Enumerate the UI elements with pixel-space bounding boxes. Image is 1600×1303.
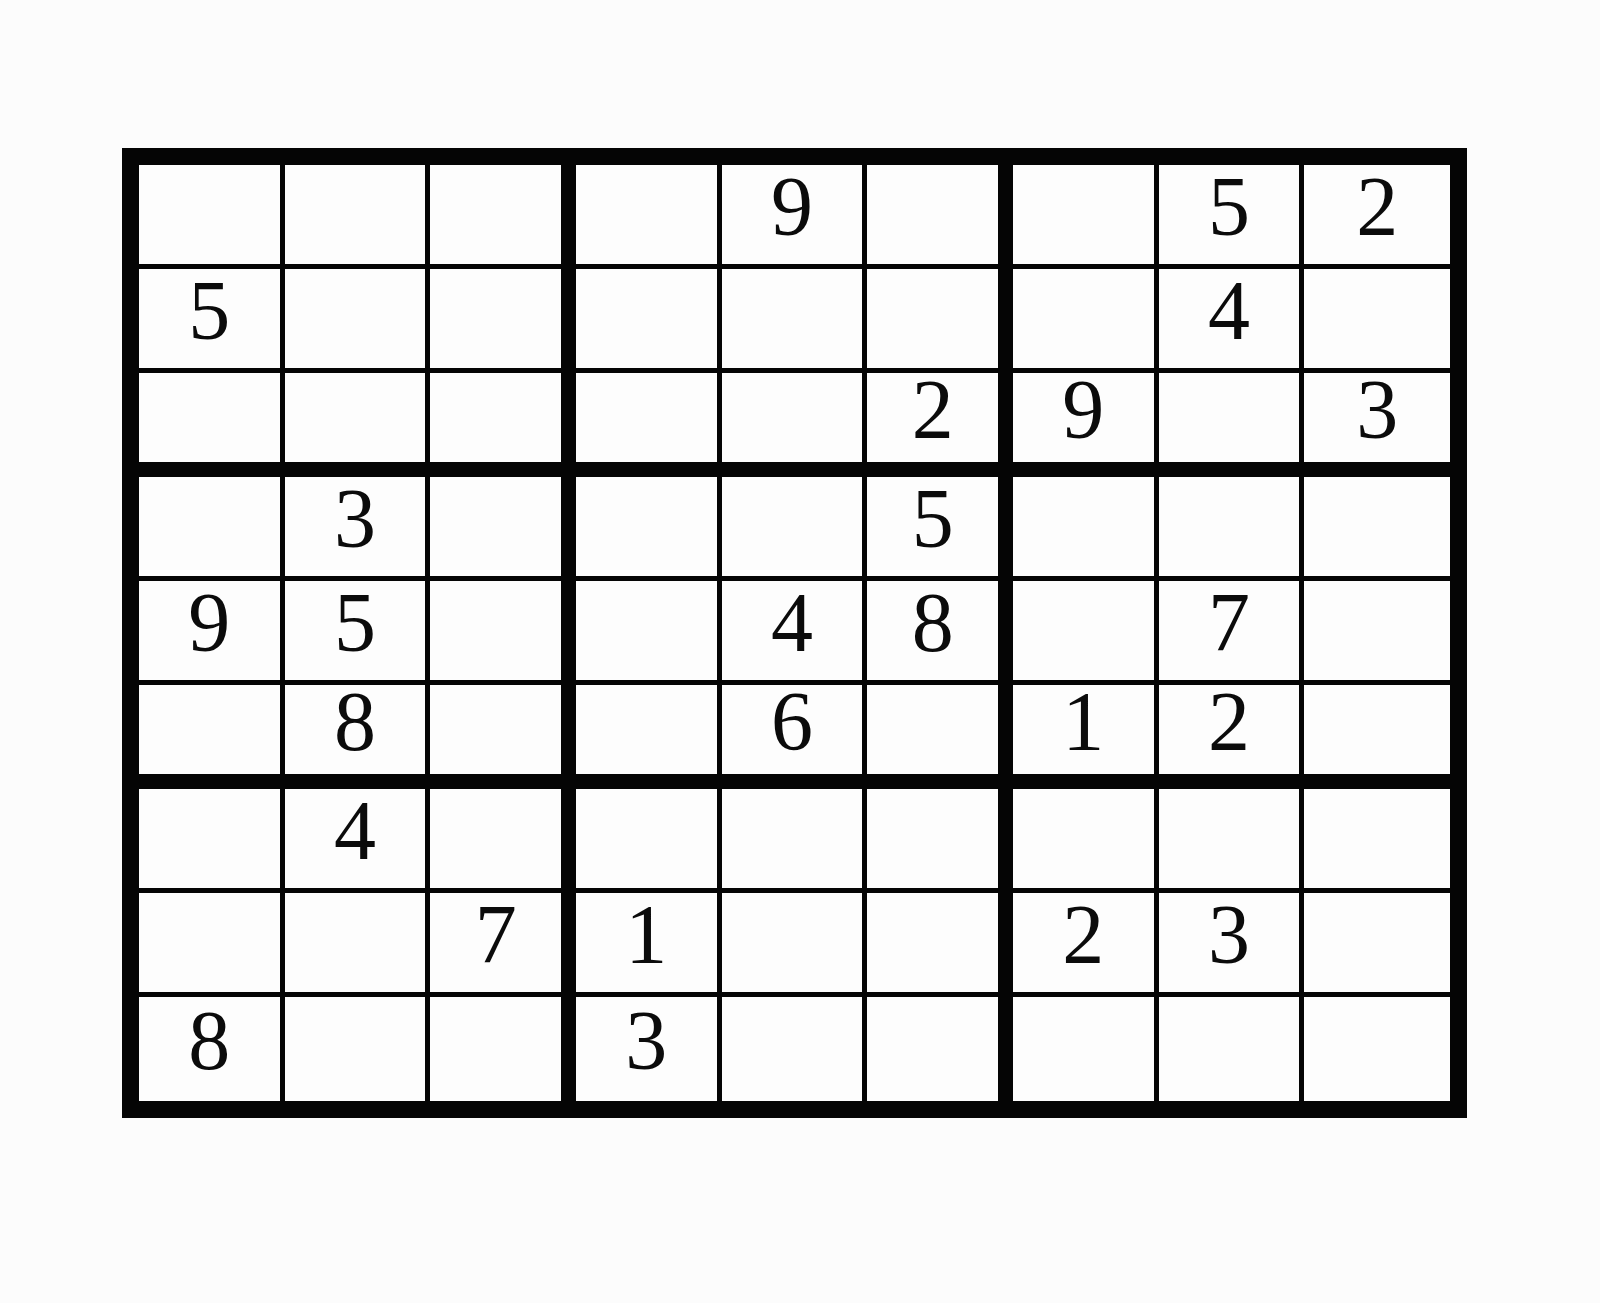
cell-r9c4[interactable]: 3 [576,997,722,1101]
cell-r6c7[interactable]: 1 [1013,685,1159,789]
given-digit: 5 [1208,165,1250,249]
cell-r2c6[interactable] [867,269,1013,373]
cell-r1c6[interactable] [867,165,1013,269]
cell-r9c9[interactable] [1304,997,1450,1101]
cell-r2c2[interactable] [285,269,431,373]
cell-r6c3[interactable] [430,685,576,789]
given-digit: 1 [1062,685,1104,764]
given-digit: 4 [771,581,813,665]
given-digit: 1 [625,893,667,977]
cell-r2c4[interactable] [576,269,722,373]
cell-r5c8[interactable]: 7 [1159,581,1305,685]
cell-r9c2[interactable] [285,997,431,1101]
cell-r5c1[interactable]: 9 [139,581,285,685]
cell-r3c8[interactable] [1159,373,1305,477]
cell-r7c8[interactable] [1159,789,1305,893]
cell-r3c2[interactable] [285,373,431,477]
cell-r8c3[interactable]: 7 [430,893,576,997]
cell-r9c6[interactable] [867,997,1013,1101]
cell-r7c2[interactable]: 4 [285,789,431,893]
cell-r3c5[interactable] [722,373,868,477]
cell-r9c7[interactable] [1013,997,1159,1101]
cell-r9c5[interactable] [722,997,868,1101]
cell-r5c9[interactable] [1304,581,1450,685]
cell-r5c2[interactable]: 5 [285,581,431,685]
cell-r3c1[interactable] [139,373,285,477]
given-digit: 2 [1208,685,1250,764]
given-digit: 8 [188,999,230,1083]
cell-r9c8[interactable] [1159,997,1305,1101]
cell-r4c7[interactable] [1013,477,1159,581]
cell-r7c6[interactable] [867,789,1013,893]
given-digit: 9 [1062,373,1104,452]
cell-r5c7[interactable] [1013,581,1159,685]
cell-r6c1[interactable] [139,685,285,789]
cell-r1c5[interactable]: 9 [722,165,868,269]
cell-r1c8[interactable]: 5 [1159,165,1305,269]
cell-r6c5[interactable]: 6 [722,685,868,789]
given-digit: 8 [334,685,376,764]
given-digit: 7 [475,893,517,977]
cell-r9c1[interactable]: 8 [139,997,285,1101]
given-digit: 3 [1208,893,1250,977]
cell-r4c5[interactable] [722,477,868,581]
cell-r6c6[interactable] [867,685,1013,789]
cell-r8c9[interactable] [1304,893,1450,997]
cell-r1c1[interactable] [139,165,285,269]
cell-r7c9[interactable] [1304,789,1450,893]
cell-r5c6[interactable]: 8 [867,581,1013,685]
cell-r2c9[interactable] [1304,269,1450,373]
cell-r8c5[interactable] [722,893,868,997]
cell-r8c2[interactable] [285,893,431,997]
given-digit: 2 [912,373,954,452]
cell-r5c3[interactable] [430,581,576,685]
cell-r6c2[interactable]: 8 [285,685,431,789]
cell-r4c8[interactable] [1159,477,1305,581]
cell-r6c8[interactable]: 2 [1159,685,1305,789]
cell-r3c6[interactable]: 2 [867,373,1013,477]
cell-r8c7[interactable]: 2 [1013,893,1159,997]
given-digit: 7 [1208,581,1250,665]
cell-r1c3[interactable] [430,165,576,269]
given-digit: 3 [334,477,376,561]
cell-r2c3[interactable] [430,269,576,373]
cell-r7c3[interactable] [430,789,576,893]
cell-r4c2[interactable]: 3 [285,477,431,581]
cell-r8c6[interactable] [867,893,1013,997]
cell-r3c3[interactable] [430,373,576,477]
cell-r1c2[interactable] [285,165,431,269]
cell-r8c4[interactable]: 1 [576,893,722,997]
cell-r5c5[interactable]: 4 [722,581,868,685]
cell-r7c1[interactable] [139,789,285,893]
cell-r7c7[interactable] [1013,789,1159,893]
cell-r7c5[interactable] [722,789,868,893]
given-digit: 3 [1356,373,1398,452]
given-digit: 9 [771,165,813,249]
given-digit: 9 [188,581,230,665]
given-digit: 4 [1208,269,1250,353]
cell-r2c5[interactable] [722,269,868,373]
cell-r4c9[interactable] [1304,477,1450,581]
cell-r4c3[interactable] [430,477,576,581]
cell-r4c1[interactable] [139,477,285,581]
cell-r3c7[interactable]: 9 [1013,373,1159,477]
given-digit: 2 [1356,165,1398,249]
given-digit: 2 [1062,893,1104,977]
cell-r1c7[interactable] [1013,165,1159,269]
cell-r1c4[interactable] [576,165,722,269]
cell-r1c9[interactable]: 2 [1304,165,1450,269]
cell-r8c8[interactable]: 3 [1159,893,1305,997]
given-digit: 6 [771,685,813,764]
sudoku-board: 95254293359548786124712383 [122,148,1467,1118]
given-digit: 5 [188,269,230,353]
cell-r8c1[interactable] [139,893,285,997]
cell-r2c8[interactable]: 4 [1159,269,1305,373]
given-digit: 4 [334,789,376,873]
given-digit: 8 [912,581,954,665]
cell-r6c9[interactable] [1304,685,1450,789]
cell-r5c4[interactable] [576,581,722,685]
cell-r9c3[interactable] [430,997,576,1101]
cell-r3c9[interactable]: 3 [1304,373,1450,477]
given-digit: 5 [912,477,954,561]
given-digit: 5 [334,581,376,665]
cell-r6c4[interactable] [576,685,722,789]
cell-r4c4[interactable] [576,477,722,581]
cell-r3c4[interactable] [576,373,722,477]
given-digit: 3 [625,999,667,1083]
cell-r2c7[interactable] [1013,269,1159,373]
cell-r4c6[interactable]: 5 [867,477,1013,581]
cell-r2c1[interactable]: 5 [139,269,285,373]
cell-r7c4[interactable] [576,789,722,893]
